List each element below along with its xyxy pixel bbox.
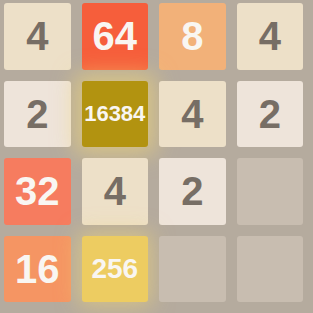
tile-16384: 16384 <box>82 81 149 148</box>
tile-64: 64 <box>82 3 149 70</box>
tile-256: 256 <box>82 236 149 303</box>
tile-4: 4 <box>159 81 226 148</box>
tile-2: 2 <box>237 81 304 148</box>
tile-2: 2 <box>159 158 226 225</box>
empty-cell <box>237 236 304 303</box>
tile-4: 4 <box>4 3 71 70</box>
tile-32: 32 <box>4 158 71 225</box>
empty-cell <box>159 236 226 303</box>
empty-cell <box>237 158 304 225</box>
tile-16: 16 <box>4 236 71 303</box>
tile-8: 8 <box>159 3 226 70</box>
board-grid: 4648421638442324216256 <box>4 3 303 302</box>
game-board-2048[interactable]: 4648421638442324216256 <box>0 0 313 313</box>
tile-2: 2 <box>4 81 71 148</box>
tile-4: 4 <box>237 3 304 70</box>
tile-4: 4 <box>82 158 149 225</box>
